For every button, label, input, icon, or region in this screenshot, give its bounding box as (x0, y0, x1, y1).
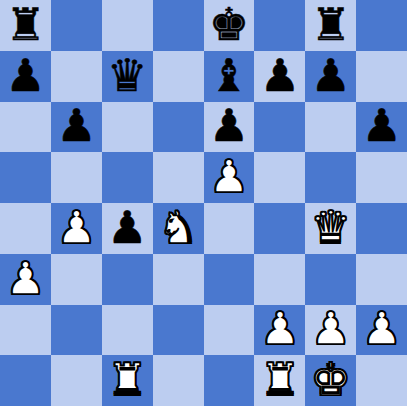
square-a8[interactable]: ♜ (0, 0, 51, 51)
piece-black-rook[interactable]: ♜ (311, 2, 351, 47)
square-b5[interactable] (51, 152, 102, 203)
piece-white-pawn[interactable]: ♟ (260, 306, 300, 351)
piece-white-rook[interactable]: ♜ (107, 357, 147, 402)
square-g7[interactable]: ♟ (305, 51, 356, 102)
square-c7[interactable]: ♛ (102, 51, 153, 102)
square-h1[interactable] (356, 355, 407, 406)
piece-black-pawn[interactable]: ♟ (361, 103, 401, 148)
piece-white-pawn[interactable]: ♟ (56, 205, 96, 250)
square-g8[interactable]: ♜ (305, 0, 356, 51)
square-h4[interactable] (356, 203, 407, 254)
piece-white-king[interactable]: ♚ (311, 357, 351, 402)
square-a3[interactable]: ♟ (0, 254, 51, 305)
square-d7[interactable] (153, 51, 204, 102)
square-e4[interactable] (204, 203, 255, 254)
piece-black-pawn[interactable]: ♟ (56, 103, 96, 148)
square-g6[interactable] (305, 102, 356, 153)
square-g4[interactable]: ♛ (305, 203, 356, 254)
square-e3[interactable] (204, 254, 255, 305)
square-a5[interactable] (0, 152, 51, 203)
square-a1[interactable] (0, 355, 51, 406)
square-e2[interactable] (204, 305, 255, 356)
piece-white-knight[interactable]: ♞ (158, 205, 198, 250)
square-c1[interactable]: ♜ (102, 355, 153, 406)
piece-black-pawn[interactable]: ♟ (209, 103, 249, 148)
square-e1[interactable] (204, 355, 255, 406)
piece-white-pawn[interactable]: ♟ (209, 154, 249, 199)
square-e5[interactable]: ♟ (204, 152, 255, 203)
chess-board-container: ♜♚♜♟♛♝♟♟♟♟♟♟♟♟♞♛♟♟♟♟♜♜♚ (0, 0, 407, 406)
square-d6[interactable] (153, 102, 204, 153)
square-g5[interactable] (305, 152, 356, 203)
square-f5[interactable] (254, 152, 305, 203)
square-b1[interactable] (51, 355, 102, 406)
square-f8[interactable] (254, 0, 305, 51)
square-b2[interactable] (51, 305, 102, 356)
square-e6[interactable]: ♟ (204, 102, 255, 153)
piece-white-rook[interactable]: ♜ (260, 357, 300, 402)
square-c5[interactable] (102, 152, 153, 203)
square-h2[interactable]: ♟ (356, 305, 407, 356)
piece-black-rook[interactable]: ♜ (5, 2, 45, 47)
piece-black-pawn[interactable]: ♟ (5, 53, 45, 98)
square-b3[interactable] (51, 254, 102, 305)
square-e8[interactable]: ♚ (204, 0, 255, 51)
square-h6[interactable]: ♟ (356, 102, 407, 153)
square-h3[interactable] (356, 254, 407, 305)
square-d2[interactable] (153, 305, 204, 356)
square-d5[interactable] (153, 152, 204, 203)
piece-black-king[interactable]: ♚ (209, 2, 249, 47)
piece-white-pawn[interactable]: ♟ (311, 306, 351, 351)
piece-black-pawn[interactable]: ♟ (107, 205, 147, 250)
square-c4[interactable]: ♟ (102, 203, 153, 254)
square-h8[interactable] (356, 0, 407, 51)
piece-black-pawn[interactable]: ♟ (260, 53, 300, 98)
piece-white-pawn[interactable]: ♟ (5, 256, 45, 301)
piece-black-bishop[interactable]: ♝ (209, 53, 249, 98)
square-h5[interactable] (356, 152, 407, 203)
piece-white-pawn[interactable]: ♟ (361, 306, 401, 351)
square-d8[interactable] (153, 0, 204, 51)
chess-board: ♜♚♜♟♛♝♟♟♟♟♟♟♟♟♞♛♟♟♟♟♜♜♚ (0, 0, 407, 406)
square-f1[interactable]: ♜ (254, 355, 305, 406)
square-c2[interactable] (102, 305, 153, 356)
piece-black-queen[interactable]: ♛ (107, 53, 147, 98)
square-c6[interactable] (102, 102, 153, 153)
square-g2[interactable]: ♟ (305, 305, 356, 356)
square-d4[interactable]: ♞ (153, 203, 204, 254)
square-f2[interactable]: ♟ (254, 305, 305, 356)
square-g1[interactable]: ♚ (305, 355, 356, 406)
square-b8[interactable] (51, 0, 102, 51)
square-h7[interactable] (356, 51, 407, 102)
square-c8[interactable] (102, 0, 153, 51)
square-f6[interactable] (254, 102, 305, 153)
square-a7[interactable]: ♟ (0, 51, 51, 102)
square-a2[interactable] (0, 305, 51, 356)
piece-white-queen[interactable]: ♛ (311, 205, 351, 250)
piece-black-pawn[interactable]: ♟ (311, 53, 351, 98)
square-a6[interactable] (0, 102, 51, 153)
square-b4[interactable]: ♟ (51, 203, 102, 254)
square-d3[interactable] (153, 254, 204, 305)
square-a4[interactable] (0, 203, 51, 254)
square-f3[interactable] (254, 254, 305, 305)
square-g3[interactable] (305, 254, 356, 305)
square-f7[interactable]: ♟ (254, 51, 305, 102)
square-e7[interactable]: ♝ (204, 51, 255, 102)
square-d1[interactable] (153, 355, 204, 406)
square-b6[interactable]: ♟ (51, 102, 102, 153)
square-f4[interactable] (254, 203, 305, 254)
square-c3[interactable] (102, 254, 153, 305)
square-b7[interactable] (51, 51, 102, 102)
